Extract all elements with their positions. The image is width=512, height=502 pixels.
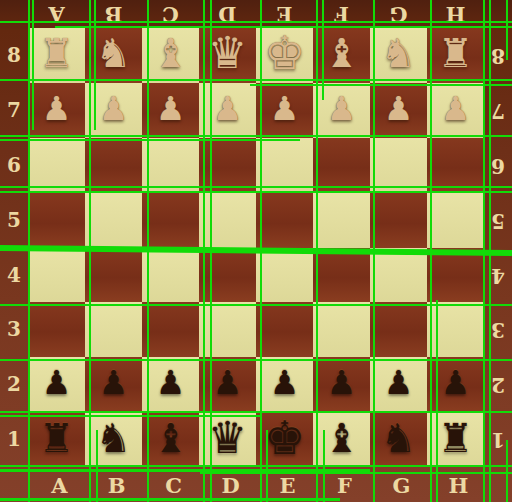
square-d7[interactable]: ♟ xyxy=(199,83,256,138)
square-d3[interactable] xyxy=(199,302,256,357)
square-b2[interactable]: ♟ xyxy=(85,357,142,412)
white-queen[interactable]: ♛ xyxy=(208,31,247,75)
rank-label-left-6: 6 xyxy=(0,138,28,193)
file-label-top-e: E xyxy=(256,0,313,28)
white-bishop[interactable]: ♝ xyxy=(324,33,360,73)
rank-label-right-1: 1 xyxy=(484,412,512,467)
black-pawn[interactable]: ♟ xyxy=(441,366,471,399)
black-bishop[interactable]: ♝ xyxy=(153,418,189,458)
white-rook[interactable]: ♜ xyxy=(438,33,474,73)
square-a3[interactable] xyxy=(28,302,85,357)
file-label-bottom-d: D xyxy=(202,472,259,500)
file-label-top-g: G xyxy=(370,0,427,28)
file-label-top-b: B xyxy=(85,0,142,28)
square-a6[interactable] xyxy=(28,138,85,193)
rank-label-right-6: 6 xyxy=(484,138,512,193)
file-label-top-c: C xyxy=(142,0,199,28)
rank-label-right-3: 3 xyxy=(484,302,512,357)
white-pawn[interactable]: ♟ xyxy=(156,92,186,125)
square-f7[interactable]: ♟ xyxy=(313,83,370,138)
file-label-top-f: F xyxy=(313,0,370,28)
square-d1[interactable]: ♛ xyxy=(199,412,256,467)
black-pawn[interactable]: ♟ xyxy=(384,366,414,399)
square-b7[interactable]: ♟ xyxy=(85,83,142,138)
black-rook[interactable]: ♜ xyxy=(438,418,474,458)
square-d2[interactable]: ♟ xyxy=(199,357,256,412)
black-pawn[interactable]: ♟ xyxy=(327,366,357,399)
square-e5[interactable] xyxy=(256,193,313,248)
black-rook[interactable]: ♜ xyxy=(39,418,75,458)
black-pawn[interactable]: ♟ xyxy=(99,366,129,399)
square-c6[interactable] xyxy=(142,138,199,193)
white-pawn[interactable]: ♟ xyxy=(441,92,471,125)
black-queen[interactable]: ♛ xyxy=(208,416,247,460)
white-bishop[interactable]: ♝ xyxy=(153,33,189,73)
square-e3[interactable] xyxy=(256,302,313,357)
rank-label-right-2: 2 xyxy=(484,357,512,412)
file-label-bottom-c: C xyxy=(145,472,202,500)
square-c7[interactable]: ♟ xyxy=(142,83,199,138)
square-e8[interactable]: ♚ xyxy=(256,28,313,83)
square-c2[interactable]: ♟ xyxy=(142,357,199,412)
square-e1[interactable]: ♚ xyxy=(256,412,313,467)
chessboard-photo: ♜♞♝♛♚♝♞♜♟♟♟♟♟♟♟♟♟♟♟♟♟♟♟♟♜♞♝♛♚♝♞♜ AABBCCD… xyxy=(0,0,512,502)
square-b4[interactable] xyxy=(85,248,142,303)
rank-label-left-7: 7 xyxy=(0,83,28,138)
square-c5[interactable] xyxy=(142,193,199,248)
square-c3[interactable] xyxy=(142,302,199,357)
rank-label-left-4: 4 xyxy=(0,248,28,303)
square-h4[interactable] xyxy=(427,248,484,303)
white-pawn[interactable]: ♟ xyxy=(384,92,414,125)
square-g1[interactable]: ♞ xyxy=(370,412,427,467)
black-king[interactable]: ♚ xyxy=(264,415,305,461)
square-d8[interactable]: ♛ xyxy=(199,28,256,83)
square-a5[interactable] xyxy=(28,193,85,248)
square-g4[interactable] xyxy=(370,248,427,303)
square-a8[interactable]: ♜ xyxy=(28,28,85,83)
rank-label-left-1: 1 xyxy=(0,412,28,467)
square-a4[interactable] xyxy=(28,248,85,303)
file-label-bottom-f: F xyxy=(316,472,373,500)
square-h5[interactable] xyxy=(427,193,484,248)
square-f4[interactable] xyxy=(313,248,370,303)
square-b3[interactable] xyxy=(85,302,142,357)
square-h8[interactable]: ♜ xyxy=(427,28,484,83)
white-pawn[interactable]: ♟ xyxy=(99,92,129,125)
square-f3[interactable] xyxy=(313,302,370,357)
square-b6[interactable] xyxy=(85,138,142,193)
black-knight[interactable]: ♞ xyxy=(381,418,417,458)
rank-label-left-2: 2 xyxy=(0,357,28,412)
rank-label-left-8: 8 xyxy=(0,28,28,83)
file-label-bottom-g: G xyxy=(373,472,430,500)
square-f2[interactable]: ♟ xyxy=(313,357,370,412)
square-c1[interactable]: ♝ xyxy=(142,412,199,467)
square-a1[interactable]: ♜ xyxy=(28,412,85,467)
black-pawn[interactable]: ♟ xyxy=(270,366,300,399)
black-pawn[interactable]: ♟ xyxy=(156,366,186,399)
square-h3[interactable] xyxy=(427,302,484,357)
file-label-top-h: H xyxy=(427,0,484,28)
square-c4[interactable] xyxy=(142,248,199,303)
file-label-bottom-h: H xyxy=(430,472,487,500)
square-e6[interactable] xyxy=(256,138,313,193)
square-a7[interactable]: ♟ xyxy=(28,83,85,138)
black-pawn[interactable]: ♟ xyxy=(42,366,72,399)
square-h7[interactable]: ♟ xyxy=(427,83,484,138)
square-e4[interactable] xyxy=(256,248,313,303)
square-e2[interactable]: ♟ xyxy=(256,357,313,412)
white-pawn[interactable]: ♟ xyxy=(327,92,357,125)
square-g3[interactable] xyxy=(370,302,427,357)
square-b5[interactable] xyxy=(85,193,142,248)
square-f8[interactable]: ♝ xyxy=(313,28,370,83)
square-g5[interactable] xyxy=(370,193,427,248)
file-label-bottom-b: B xyxy=(88,472,145,500)
white-rook[interactable]: ♜ xyxy=(39,33,75,73)
square-f5[interactable] xyxy=(313,193,370,248)
white-knight[interactable]: ♞ xyxy=(381,33,417,73)
square-h2[interactable]: ♟ xyxy=(427,357,484,412)
black-pawn[interactable]: ♟ xyxy=(213,366,243,399)
square-d6[interactable] xyxy=(199,138,256,193)
square-g7[interactable]: ♟ xyxy=(370,83,427,138)
rank-label-left-5: 5 xyxy=(0,193,28,248)
file-label-bottom-a: A xyxy=(31,472,88,500)
white-pawn[interactable]: ♟ xyxy=(213,92,243,125)
square-h1[interactable]: ♜ xyxy=(427,412,484,467)
white-pawn[interactable]: ♟ xyxy=(42,92,72,125)
square-e7[interactable]: ♟ xyxy=(256,83,313,138)
rank-label-right-8: 8 xyxy=(484,28,512,83)
white-king[interactable]: ♚ xyxy=(264,30,305,76)
rank-label-right-5: 5 xyxy=(484,193,512,248)
square-c8[interactable]: ♝ xyxy=(142,28,199,83)
square-d4[interactable] xyxy=(199,248,256,303)
square-g2[interactable]: ♟ xyxy=(370,357,427,412)
square-a2[interactable]: ♟ xyxy=(28,357,85,412)
chess-board-grid: ♜♞♝♛♚♝♞♜♟♟♟♟♟♟♟♟♟♟♟♟♟♟♟♟♜♞♝♛♚♝♞♜ xyxy=(28,28,484,467)
file-label-top-d: D xyxy=(199,0,256,28)
square-g8[interactable]: ♞ xyxy=(370,28,427,83)
square-h6[interactable] xyxy=(427,138,484,193)
square-d5[interactable] xyxy=(199,193,256,248)
square-f6[interactable] xyxy=(313,138,370,193)
file-label-bottom-e: E xyxy=(259,472,316,500)
white-pawn[interactable]: ♟ xyxy=(270,92,300,125)
rank-label-right-4: 4 xyxy=(484,248,512,303)
white-knight[interactable]: ♞ xyxy=(96,33,132,73)
square-f1[interactable]: ♝ xyxy=(313,412,370,467)
rank-label-left-3: 3 xyxy=(0,302,28,357)
black-knight[interactable]: ♞ xyxy=(96,418,132,458)
square-b8[interactable]: ♞ xyxy=(85,28,142,83)
square-g6[interactable] xyxy=(370,138,427,193)
rank-label-right-7: 7 xyxy=(484,83,512,138)
square-b1[interactable]: ♞ xyxy=(85,412,142,467)
file-label-top-a: A xyxy=(28,0,85,28)
black-bishop[interactable]: ♝ xyxy=(324,418,360,458)
